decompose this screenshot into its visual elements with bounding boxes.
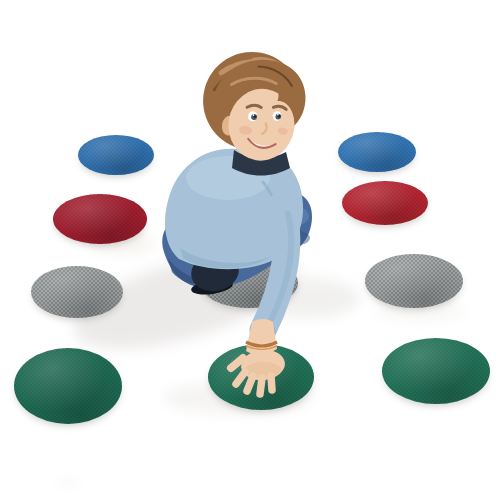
child-hand — [231, 319, 286, 394]
photo-stage — [0, 0, 500, 500]
child-head — [195, 45, 312, 167]
child-illustration — [0, 0, 500, 500]
